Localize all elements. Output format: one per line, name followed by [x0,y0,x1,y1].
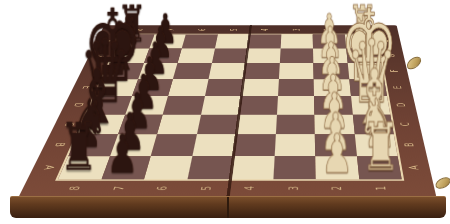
square-d4 [239,96,278,114]
square-e4 [241,79,278,96]
board-scene: 87654321 87654321 HGFEDCBA HGFEDCBA ♜♟♟♜… [0,0,450,224]
square-g3 [279,48,313,63]
box-side-seam [227,197,229,218]
square-b3 [274,134,315,156]
square-f3 [278,63,313,79]
square-f4 [243,63,279,79]
rank-label-5: 5 [200,186,213,190]
product-photo: 87654321 87654321 HGFEDCBA HGFEDCBA ♜♟♟♜… [0,0,450,224]
square-h5 [215,34,250,48]
rank-label-7: 7 [113,186,126,190]
rank-label-7: 7 [167,29,176,31]
square-c4 [236,114,277,134]
square-g4 [245,48,280,63]
square-a1: ♜ [356,156,401,179]
square-c5 [196,114,238,134]
file-label-d: D [396,103,407,107]
rank-label-3: 3 [288,186,300,190]
square-h3 [280,34,313,48]
rank-label-6: 6 [157,186,170,190]
square-e5 [205,79,244,96]
square-a2: ♟ [315,156,358,179]
square-g5 [211,48,247,63]
white-rook-a1: ♜ [361,115,399,181]
square-e3 [278,79,315,96]
square-d6 [163,96,205,114]
square-d3 [276,96,314,114]
chess-board: 87654321 87654321 HGFEDCBA HGFEDCBA ♜♟♟♜… [18,25,436,197]
rank-label-3: 3 [293,29,302,31]
file-label-b: B [404,143,416,147]
square-h6 [182,34,218,48]
square-d5 [201,96,241,114]
square-b6 [151,134,197,156]
board-squares: ♜♟♟♜♞♟♟♞♝♟♟♝♚♟♟♚♛♟♟♛♝♟♟♝♞♟♟♞♜♟♟♜ [58,34,402,179]
rank-label-4: 4 [244,186,256,190]
rank-label-8: 8 [69,186,83,190]
square-c3 [275,114,314,134]
square-g6 [178,48,215,63]
black-rook-a8: ♜ [60,115,98,181]
square-a5 [187,156,233,179]
black-pawn-a7: ♟ [106,126,138,180]
rank-label-2: 2 [324,29,333,31]
square-a6 [144,156,192,179]
rank-label-5: 5 [230,29,239,31]
file-label-a: A [408,165,420,169]
square-b4 [233,134,275,156]
square-a7: ♟ [101,156,151,179]
file-label-c: C [400,122,411,126]
square-h4 [247,34,281,48]
box-side-panel [10,196,446,218]
square-f5 [208,63,245,79]
square-b5 [192,134,236,156]
rank-label-1: 1 [375,186,388,190]
rank-label-4: 4 [261,29,270,31]
square-a3 [273,156,316,179]
rank-label-2: 2 [332,186,344,190]
square-e6 [168,79,208,96]
white-pawn-a2: ♟ [322,126,354,180]
square-a4 [230,156,274,179]
square-f6 [173,63,212,79]
rank-label-6: 6 [198,29,207,31]
square-c6 [157,114,201,134]
file-label-a: A [42,165,56,169]
